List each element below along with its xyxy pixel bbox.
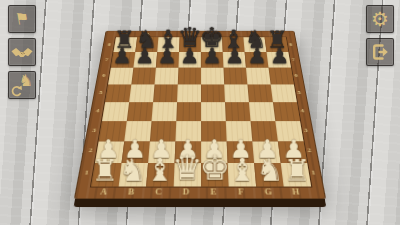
file-label: D (172, 184, 200, 198)
square-a1[interactable]: ♜ (91, 163, 121, 186)
white-knight[interactable]: ♞ (119, 154, 147, 185)
file-label: E (200, 184, 228, 198)
square-f5[interactable] (224, 84, 249, 102)
square-d4[interactable] (176, 102, 201, 121)
app-background: ⚑ ♞ ⚙ (0, 0, 400, 225)
square-g5[interactable] (247, 84, 272, 102)
white-rook[interactable]: ♜ (284, 156, 311, 186)
square-c7[interactable]: ♟ (156, 52, 179, 68)
square-c1[interactable]: ♝ (146, 163, 174, 186)
exit-icon (370, 42, 390, 62)
white-queen[interactable]: ♛ (172, 151, 203, 185)
square-d5[interactable] (177, 84, 201, 102)
square-c4[interactable] (152, 102, 178, 121)
chess-board-scene: ABCDEFGH ABCDEFGH 87654321 87654321 ♜♞♝♛… (92, 0, 308, 211)
handshake-icon (11, 45, 33, 60)
square-c5[interactable] (153, 84, 178, 102)
file-label: A (89, 184, 119, 198)
file-label: H (281, 184, 311, 198)
square-h6[interactable] (269, 68, 294, 85)
square-d1[interactable]: ♛ (174, 163, 201, 186)
knight-undo-icon: ♞ (10, 73, 34, 97)
square-h7[interactable]: ♟ (266, 52, 291, 68)
file-label: B (117, 184, 146, 198)
file-labels-bottom: ABCDEFGH (89, 184, 311, 198)
white-knight[interactable]: ♞ (256, 154, 284, 185)
square-e7[interactable]: ♟ (201, 52, 224, 68)
chess-board: ABCDEFGH ABCDEFGH 87654321 87654321 ♜♞♝♛… (74, 31, 327, 200)
undo-arrow-icon (10, 85, 22, 97)
file-label: F (227, 184, 255, 198)
exit-button[interactable] (366, 38, 394, 66)
black-pawn[interactable]: ♟ (248, 46, 267, 68)
file-label: C (145, 184, 173, 198)
square-g6[interactable] (246, 68, 271, 85)
square-f6[interactable] (223, 68, 247, 85)
square-h1[interactable]: ♜ (281, 163, 311, 186)
square-b5[interactable] (129, 84, 154, 102)
file-label: G (254, 184, 283, 198)
settings-button[interactable]: ⚙ (366, 5, 394, 33)
white-bishop[interactable]: ♝ (146, 154, 174, 185)
square-b6[interactable] (131, 68, 156, 85)
undo-button[interactable]: ♞ (8, 71, 36, 99)
black-pawn[interactable]: ♟ (180, 46, 199, 68)
square-d7[interactable]: ♟ (178, 52, 201, 68)
board-squares: ♜♞♝♛♚♝♞♜♟♟♟♟♟♟♟♟♟♟♟♟♟♟♟♟♜♞♝♛♚♝♞♜ (91, 37, 311, 186)
square-g7[interactable]: ♟ (245, 52, 269, 68)
square-f1[interactable]: ♝ (228, 163, 257, 186)
square-a7[interactable]: ♟ (111, 52, 135, 68)
square-d6[interactable] (178, 68, 201, 85)
square-a6[interactable] (108, 68, 133, 85)
board-side-edge (74, 199, 327, 207)
square-b4[interactable] (127, 102, 153, 121)
black-pawn[interactable]: ♟ (225, 46, 244, 68)
white-king[interactable]: ♚ (199, 151, 230, 185)
square-a5[interactable] (105, 84, 131, 102)
resign-button[interactable]: ⚑ (8, 5, 36, 33)
square-g4[interactable] (249, 102, 275, 121)
square-b7[interactable]: ♟ (133, 52, 157, 68)
square-e4[interactable] (201, 102, 226, 121)
square-h5[interactable] (271, 84, 297, 102)
square-e5[interactable] (201, 84, 225, 102)
square-f7[interactable]: ♟ (223, 52, 246, 68)
gear-icon: ⚙ (371, 9, 389, 29)
white-bishop[interactable]: ♝ (228, 154, 256, 185)
black-pawn[interactable]: ♟ (203, 46, 222, 68)
black-pawn[interactable]: ♟ (270, 46, 289, 68)
square-a4[interactable] (102, 102, 129, 121)
black-pawn[interactable]: ♟ (135, 46, 154, 68)
black-pawn[interactable]: ♟ (158, 46, 177, 68)
square-c6[interactable] (155, 68, 179, 85)
square-g1[interactable]: ♞ (254, 163, 283, 186)
white-rook[interactable]: ♜ (92, 156, 119, 186)
square-h4[interactable] (273, 102, 300, 121)
draw-button[interactable] (8, 38, 36, 66)
square-e6[interactable] (201, 68, 224, 85)
black-pawn[interactable]: ♟ (113, 46, 132, 68)
square-f4[interactable] (225, 102, 251, 121)
square-e1[interactable]: ♚ (201, 163, 229, 186)
flag-icon: ⚑ (14, 10, 31, 28)
square-b1[interactable]: ♞ (119, 163, 148, 186)
